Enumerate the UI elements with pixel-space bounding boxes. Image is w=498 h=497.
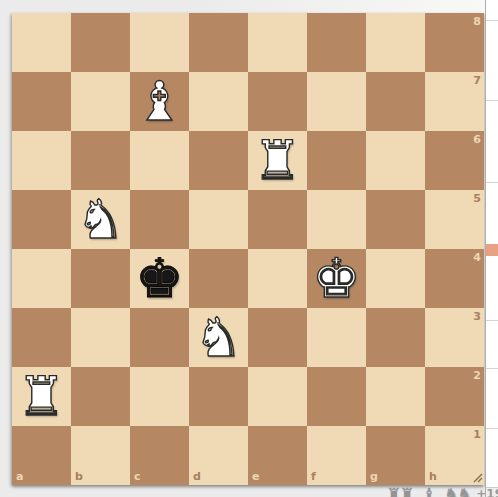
- board-resize-handle[interactable]: [471, 471, 483, 483]
- square-h4[interactable]: 4: [425, 249, 484, 308]
- square-e7[interactable]: [248, 72, 307, 131]
- square-g7[interactable]: [366, 72, 425, 131]
- captured-knight-icon: ♞: [457, 486, 470, 497]
- square-c4[interactable]: ♚: [130, 249, 189, 308]
- captured-rook-icon: ♜: [386, 486, 399, 497]
- square-g6[interactable]: [366, 131, 425, 190]
- square-d1[interactable]: d: [189, 426, 248, 485]
- square-g1[interactable]: g: [366, 426, 425, 485]
- white-rook-piece[interactable]: ♜: [17, 370, 65, 424]
- square-b3[interactable]: [71, 308, 130, 367]
- square-d6[interactable]: [189, 131, 248, 190]
- square-c3[interactable]: [130, 308, 189, 367]
- panel-highlight-row: [486, 244, 498, 256]
- square-e4[interactable]: [248, 249, 307, 308]
- file-label-c: c: [134, 471, 141, 482]
- square-b8[interactable]: [71, 13, 130, 72]
- square-h7[interactable]: 7: [425, 72, 484, 131]
- square-d5[interactable]: [189, 190, 248, 249]
- square-b4[interactable]: [71, 249, 130, 308]
- square-a6[interactable]: [12, 131, 71, 190]
- square-b7[interactable]: [71, 72, 130, 131]
- square-a5[interactable]: [12, 190, 71, 249]
- square-c1[interactable]: c: [130, 426, 189, 485]
- square-f3[interactable]: [307, 308, 366, 367]
- file-label-h: h: [429, 471, 437, 482]
- square-g2[interactable]: [366, 367, 425, 426]
- square-g5[interactable]: [366, 190, 425, 249]
- material-advantage-value: +19: [476, 487, 498, 497]
- panel-row-divider: [486, 368, 498, 369]
- square-f4[interactable]: ♚: [307, 249, 366, 308]
- panel-row-divider: [486, 182, 498, 183]
- rank-label-7: 7: [473, 75, 481, 86]
- square-e3[interactable]: [248, 308, 307, 367]
- square-a8[interactable]: [12, 13, 71, 72]
- file-label-f: f: [311, 471, 316, 482]
- black-king-piece[interactable]: ♚: [135, 252, 183, 306]
- square-b6[interactable]: [71, 131, 130, 190]
- white-rook-piece[interactable]: ♜: [253, 134, 301, 188]
- square-h6[interactable]: 6: [425, 131, 484, 190]
- square-a7[interactable]: [12, 72, 71, 131]
- white-bishop-piece[interactable]: ♝: [135, 75, 183, 129]
- rank-label-8: 8: [473, 16, 481, 27]
- captured-knight-icon: ♞: [444, 486, 457, 497]
- square-h8[interactable]: 8: [425, 13, 484, 72]
- rank-label-1: 1: [473, 429, 481, 440]
- panel-row-divider: [486, 428, 498, 429]
- square-e2[interactable]: [248, 367, 307, 426]
- page: 8♝7♜6♞5♚♚4♞3♜2abcdefgh1 ♜♜♝♞♞ +19: [0, 0, 498, 497]
- square-e5[interactable]: [248, 190, 307, 249]
- square-d8[interactable]: [189, 13, 248, 72]
- file-label-g: g: [370, 471, 378, 482]
- square-b2[interactable]: [71, 367, 130, 426]
- rank-label-5: 5: [473, 193, 481, 204]
- square-f5[interactable]: [307, 190, 366, 249]
- material-advantage-bar: ♜♜♝♞♞ +19: [386, 486, 498, 497]
- square-d4[interactable]: [189, 249, 248, 308]
- page-top-margin: [0, 0, 485, 13]
- panel-row-divider: [486, 20, 498, 21]
- square-f6[interactable]: [307, 131, 366, 190]
- rank-label-4: 4: [473, 252, 481, 263]
- square-b1[interactable]: b: [71, 426, 130, 485]
- square-c2[interactable]: [130, 367, 189, 426]
- chess-board: 8♝7♜6♞5♚♚4♞3♜2abcdefgh1: [12, 13, 484, 485]
- square-c5[interactable]: [130, 190, 189, 249]
- square-h2[interactable]: 2: [425, 367, 484, 426]
- panel-row-divider: [486, 320, 498, 321]
- square-a1[interactable]: a: [12, 426, 71, 485]
- white-king-piece[interactable]: ♚: [312, 252, 360, 306]
- square-c7[interactable]: ♝: [130, 72, 189, 131]
- side-panel-sliver: [485, 0, 498, 497]
- captured-rook-icon: ♜: [399, 486, 412, 497]
- file-label-e: e: [252, 471, 259, 482]
- square-c6[interactable]: [130, 131, 189, 190]
- captured-pieces: ♜♜♝♞♞: [386, 486, 470, 497]
- square-h3[interactable]: 3: [425, 308, 484, 367]
- white-knight-piece[interactable]: ♞: [194, 311, 242, 365]
- square-e8[interactable]: [248, 13, 307, 72]
- square-f8[interactable]: [307, 13, 366, 72]
- captured-bishop-icon: ♝: [422, 486, 435, 497]
- file-label-b: b: [75, 471, 83, 482]
- square-d2[interactable]: [189, 367, 248, 426]
- square-e6[interactable]: ♜: [248, 131, 307, 190]
- square-h5[interactable]: 5: [425, 190, 484, 249]
- file-label-d: d: [193, 471, 201, 482]
- square-g8[interactable]: [366, 13, 425, 72]
- rank-label-2: 2: [473, 370, 481, 381]
- square-b5[interactable]: ♞: [71, 190, 130, 249]
- square-f7[interactable]: [307, 72, 366, 131]
- square-a2[interactable]: ♜: [12, 367, 71, 426]
- square-d3[interactable]: ♞: [189, 308, 248, 367]
- square-f1[interactable]: f: [307, 426, 366, 485]
- square-g4[interactable]: [366, 249, 425, 308]
- panel-row-divider: [486, 100, 498, 101]
- square-a4[interactable]: [12, 249, 71, 308]
- rank-label-6: 6: [473, 134, 481, 145]
- square-a3[interactable]: [12, 308, 71, 367]
- file-label-a: a: [16, 471, 23, 482]
- square-g3[interactable]: [366, 308, 425, 367]
- square-d7[interactable]: [189, 72, 248, 131]
- rank-label-3: 3: [473, 311, 481, 322]
- square-f2[interactable]: [307, 367, 366, 426]
- white-knight-piece[interactable]: ♞: [76, 193, 124, 247]
- square-e1[interactable]: e: [248, 426, 307, 485]
- square-c8[interactable]: [130, 13, 189, 72]
